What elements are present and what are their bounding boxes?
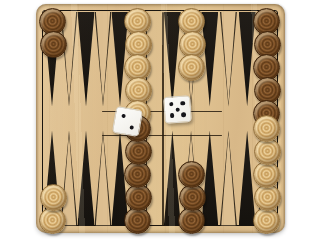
die-2-pip-5 — [181, 112, 186, 117]
photo-stage — [0, 0, 320, 240]
dark-checker-bottom-6-3[interactable] — [124, 161, 151, 188]
die-2-pip-4 — [170, 113, 175, 118]
light-checker-bottom-12-1[interactable] — [253, 207, 280, 234]
light-checker-bottom-12-3[interactable] — [253, 161, 280, 188]
light-checker-top-8-3[interactable] — [178, 54, 205, 81]
die-1-pip-2 — [129, 125, 134, 130]
dark-checker-bottom-6-1[interactable] — [124, 207, 151, 234]
die-2-showing-5[interactable] — [163, 95, 192, 124]
dark-checker-bottom-8-3[interactable] — [178, 161, 205, 188]
backgammon-board — [36, 4, 285, 233]
light-checker-bottom-12-5[interactable] — [253, 115, 280, 142]
die-2-pip-2 — [180, 101, 185, 106]
dark-checker-bottom-8-1[interactable] — [178, 207, 205, 234]
die-2-pip-1 — [169, 102, 174, 107]
die-1-pip-1 — [121, 113, 126, 118]
bar-carved-line-2 — [162, 12, 163, 226]
die-2-pip-3 — [175, 107, 180, 112]
light-checker-bottom-1-1[interactable] — [39, 207, 66, 234]
die-1-showing-2[interactable] — [112, 106, 143, 137]
